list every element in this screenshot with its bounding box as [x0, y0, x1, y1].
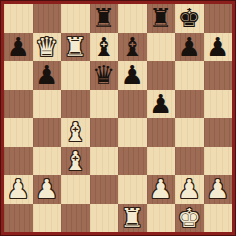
square-b6[interactable]: ♟ — [33, 61, 62, 90]
piece-black-pawn: ♟ — [206, 33, 229, 62]
square-d4[interactable] — [90, 118, 119, 147]
square-f3[interactable] — [147, 147, 176, 176]
square-h3[interactable] — [204, 147, 233, 176]
square-h5[interactable] — [204, 90, 233, 119]
square-d6[interactable]: ♛ — [90, 61, 119, 90]
piece-white-queen: ♛ — [35, 33, 58, 62]
square-g6[interactable] — [175, 61, 204, 90]
square-g2[interactable]: ♟ — [175, 175, 204, 204]
square-a4[interactable] — [4, 118, 33, 147]
square-d5[interactable] — [90, 90, 119, 119]
square-e3[interactable] — [118, 147, 147, 176]
square-f6[interactable] — [147, 61, 176, 90]
square-b7[interactable]: ♛ — [33, 33, 62, 62]
square-e6[interactable]: ♟ — [118, 61, 147, 90]
piece-black-rook: ♜ — [92, 4, 115, 33]
square-a1[interactable] — [4, 204, 33, 233]
square-e5[interactable] — [118, 90, 147, 119]
square-g7[interactable]: ♟ — [175, 33, 204, 62]
square-a2[interactable]: ♟ — [4, 175, 33, 204]
piece-black-rook: ♜ — [149, 4, 172, 33]
square-g4[interactable] — [175, 118, 204, 147]
square-b2[interactable]: ♟ — [33, 175, 62, 204]
piece-white-rook: ♜ — [64, 33, 87, 62]
piece-white-king: ♚ — [178, 204, 201, 233]
square-e7[interactable]: ♝ — [118, 33, 147, 62]
square-h7[interactable]: ♟ — [204, 33, 233, 62]
piece-black-pawn: ♟ — [35, 61, 58, 90]
square-c3[interactable]: ♝ — [61, 147, 90, 176]
square-g3[interactable] — [175, 147, 204, 176]
square-d1[interactable] — [90, 204, 119, 233]
piece-black-pawn: ♟ — [178, 33, 201, 62]
square-d2[interactable] — [90, 175, 119, 204]
square-d3[interactable] — [90, 147, 119, 176]
square-a3[interactable] — [4, 147, 33, 176]
square-f7[interactable] — [147, 33, 176, 62]
square-h2[interactable]: ♟ — [204, 175, 233, 204]
square-c2[interactable] — [61, 175, 90, 204]
square-f4[interactable] — [147, 118, 176, 147]
square-a6[interactable] — [4, 61, 33, 90]
square-d8[interactable]: ♜ — [90, 4, 119, 33]
piece-black-pawn: ♟ — [121, 61, 144, 90]
piece-black-bishop: ♝ — [121, 33, 144, 62]
piece-white-pawn: ♟ — [35, 175, 58, 204]
chessboard: ♜♜♚♟♛♜♝♝♟♟♟♛♟♟♝♝♟♟♟♟♟♜♚ — [4, 4, 232, 232]
square-h8[interactable] — [204, 4, 233, 33]
piece-white-pawn: ♟ — [149, 175, 172, 204]
piece-white-pawn: ♟ — [178, 175, 201, 204]
piece-white-bishop: ♝ — [64, 118, 87, 147]
piece-black-king: ♚ — [178, 4, 201, 33]
square-c4[interactable]: ♝ — [61, 118, 90, 147]
square-c7[interactable]: ♜ — [61, 33, 90, 62]
square-e4[interactable] — [118, 118, 147, 147]
piece-white-pawn: ♟ — [206, 175, 229, 204]
square-f2[interactable]: ♟ — [147, 175, 176, 204]
square-c6[interactable] — [61, 61, 90, 90]
square-c1[interactable] — [61, 204, 90, 233]
square-b5[interactable] — [33, 90, 62, 119]
square-b8[interactable] — [33, 4, 62, 33]
square-g5[interactable] — [175, 90, 204, 119]
piece-black-bishop: ♝ — [92, 33, 115, 62]
square-f8[interactable]: ♜ — [147, 4, 176, 33]
piece-white-bishop: ♝ — [64, 147, 87, 176]
piece-white-pawn: ♟ — [7, 175, 30, 204]
chessboard-frame: ♜♜♚♟♛♜♝♝♟♟♟♛♟♟♝♝♟♟♟♟♟♜♚ — [0, 0, 236, 236]
square-a5[interactable] — [4, 90, 33, 119]
square-h1[interactable] — [204, 204, 233, 233]
square-d7[interactable]: ♝ — [90, 33, 119, 62]
square-f5[interactable]: ♟ — [147, 90, 176, 119]
square-b1[interactable] — [33, 204, 62, 233]
piece-white-rook: ♜ — [121, 204, 144, 233]
square-h6[interactable] — [204, 61, 233, 90]
square-e1[interactable]: ♜ — [118, 204, 147, 233]
square-g1[interactable]: ♚ — [175, 204, 204, 233]
piece-black-pawn: ♟ — [149, 90, 172, 119]
square-h4[interactable] — [204, 118, 233, 147]
square-c8[interactable] — [61, 4, 90, 33]
square-b3[interactable] — [33, 147, 62, 176]
square-c5[interactable] — [61, 90, 90, 119]
piece-black-pawn: ♟ — [7, 33, 30, 62]
square-e8[interactable] — [118, 4, 147, 33]
square-f1[interactable] — [147, 204, 176, 233]
square-b4[interactable] — [33, 118, 62, 147]
square-e2[interactable] — [118, 175, 147, 204]
square-a8[interactable] — [4, 4, 33, 33]
square-a7[interactable]: ♟ — [4, 33, 33, 62]
piece-black-queen: ♛ — [92, 61, 115, 90]
square-g8[interactable]: ♚ — [175, 4, 204, 33]
